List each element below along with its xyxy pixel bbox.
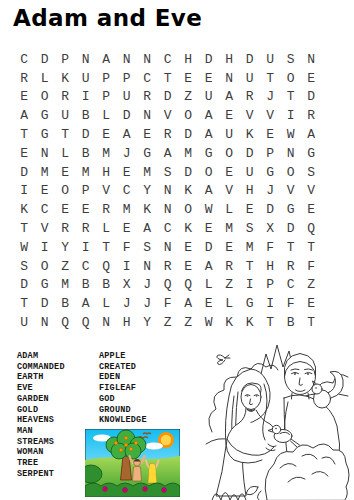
word-list-item: EARTH (17, 372, 65, 383)
grid-cell-r3c11: A (219, 88, 240, 107)
grid-cell-r1c4: N (76, 50, 97, 69)
grid-cell-r1c12: D (240, 50, 261, 69)
word-list-item: MAN (17, 426, 65, 437)
grid-cell-r15c6: H (117, 313, 138, 332)
grid-cell-r14c3: B (55, 294, 76, 313)
grid-cell-r5c14: W (281, 125, 302, 144)
grid-cell-r1c2: D (35, 50, 56, 69)
grid-cell-r10c3: R (55, 219, 76, 238)
word-list-item: TREE (17, 458, 65, 469)
grid-cell-r4c13: V (260, 106, 281, 125)
grid-cell-r14c4: A (76, 294, 97, 313)
grid-cell-r4c8: V (158, 106, 179, 125)
grid-cell-r13c2: G (35, 276, 56, 295)
grid-cell-r13c1: D (14, 276, 35, 295)
grid-cell-r8c13: J (260, 182, 281, 201)
grid-cell-r6c13: P (260, 144, 281, 163)
grid-cell-r11c7: S (137, 238, 158, 257)
word-list-right: APPLECREATEDEDENFIGLEAFGODGROUNDKNOWLEDG… (99, 351, 147, 426)
grid-cell-r1c6: N (117, 50, 138, 69)
squirrel-icon (312, 371, 343, 408)
word-list-item: CREATED (99, 362, 147, 373)
grid-cell-r3c12: R (240, 88, 261, 107)
grid-cell-r7c13: G (260, 163, 281, 182)
grid-cell-r15c4: Q (76, 313, 97, 332)
grid-cell-r4c2: G (35, 106, 56, 125)
grid-cell-r7c9: D (178, 163, 199, 182)
grid-cell-r11c3: Y (55, 238, 76, 257)
grid-cell-r12c1: S (14, 257, 35, 276)
grid-cell-r5c15: A (301, 125, 322, 144)
grid-cell-r12c13: H (260, 257, 281, 276)
grid-cell-r15c11: K (219, 313, 240, 332)
word-list-item: ADAM (17, 351, 65, 362)
grid-cell-r1c1: C (14, 50, 35, 69)
grid-cell-r1c15: N (301, 50, 322, 69)
grid-cell-r11c13: F (260, 238, 281, 257)
grid-cell-r11c10: D (199, 238, 220, 257)
grid-cell-r6c4: B (76, 144, 97, 163)
grid-cell-r3c4: I (76, 88, 97, 107)
grid-cell-r3c15: D (301, 88, 322, 107)
word-list-item: GARDEN (17, 394, 65, 405)
grid-cell-r12c14: R (281, 257, 302, 276)
grid-cell-r8c2: E (35, 182, 56, 201)
grid-cell-r9c7: K (137, 200, 158, 219)
grid-cell-r7c4: M (76, 163, 97, 182)
wordsearch-grid: CDPNANNCHDHDUSNRLKUPPCTEENUTOEEORIPURDZU… (14, 50, 322, 332)
grid-cell-r14c7: J (137, 294, 158, 313)
grid-cell-r4c11: E (219, 106, 240, 125)
grid-cell-r5c6: A (117, 125, 138, 144)
grid-cell-r1c5: A (96, 50, 117, 69)
grid-cell-r10c10: E (199, 219, 220, 238)
grid-cell-r9c1: K (14, 200, 35, 219)
grid-cell-r13c13: P (260, 276, 281, 295)
grid-cell-r1c7: N (137, 50, 158, 69)
grid-cell-r8c9: K (178, 182, 199, 201)
grid-cell-r13c8: Q (158, 276, 179, 295)
grid-cell-r7c12: U (240, 163, 261, 182)
grid-cell-r2c2: L (35, 69, 56, 88)
grid-cell-r8c14: V (281, 182, 302, 201)
grid-cell-r11c5: T (96, 238, 117, 257)
grid-cell-r13c15: Z (301, 276, 322, 295)
grid-cell-r3c9: Z (178, 88, 199, 107)
grid-cell-r11c6: F (117, 238, 138, 257)
grid-cell-r6c10: G (199, 144, 220, 163)
grid-cell-r7c11: E (219, 163, 240, 182)
grid-cell-r2c3: K (55, 69, 76, 88)
grid-cell-r12c3: Z (55, 257, 76, 276)
grid-cell-r7c10: O (199, 163, 220, 182)
grid-cell-r4c4: B (76, 106, 97, 125)
grid-cell-r6c2: N (35, 144, 56, 163)
grid-cell-r3c5: P (96, 88, 117, 107)
grid-cell-r13c14: C (281, 276, 302, 295)
word-list-item: STREAMS (17, 437, 65, 448)
grid-cell-r13c5: B (96, 276, 117, 295)
word-list-item: GROUND (99, 405, 147, 416)
grid-cell-r9c13: D (260, 200, 281, 219)
grid-cell-r3c3: R (55, 88, 76, 107)
grid-cell-r7c6: E (117, 163, 138, 182)
word-list-item: KNOWLEDGE (99, 415, 147, 426)
worksheet-page: Adam and Eve CDPNANNCHDHDUSNRLKUPPCTEENU… (0, 0, 354, 500)
grid-cell-r9c6: M (117, 200, 138, 219)
grid-cell-r8c8: N (158, 182, 179, 201)
grid-cell-r5c10: A (199, 125, 220, 144)
grid-cell-r7c14: O (281, 163, 302, 182)
grid-cell-r1c8: C (158, 50, 179, 69)
grid-cell-r13c10: L (199, 276, 220, 295)
grid-cell-r2c5: P (96, 69, 117, 88)
grid-cell-r15c10: W (199, 313, 220, 332)
grid-cell-r12c9: E (178, 257, 199, 276)
grid-cell-r5c9: D (178, 125, 199, 144)
word-list-left: ADAMCOMMANDEDEARTHEVEGARDENGOLDHEAVENSMA… (17, 351, 65, 480)
grid-cell-r10c9: K (178, 219, 199, 238)
grid-cell-r9c5: R (96, 200, 117, 219)
grid-cell-r6c15: G (301, 144, 322, 163)
grid-cell-r13c12: I (240, 276, 261, 295)
grid-cell-r13c9: Q (178, 276, 199, 295)
grid-cell-r12c15: F (301, 257, 322, 276)
grid-cell-r2c6: P (117, 69, 138, 88)
grid-cell-r14c1: T (14, 294, 35, 313)
grid-cell-r2c14: O (281, 69, 302, 88)
grid-cell-r14c14: F (281, 294, 302, 313)
grid-cell-r8c10: A (199, 182, 220, 201)
grid-cell-r1c3: P (55, 50, 76, 69)
grid-cell-r15c15: T (301, 313, 322, 332)
grid-cell-r2c1: R (14, 69, 35, 88)
grid-cell-r3c1: E (14, 88, 35, 107)
grid-cell-r8c12: H (240, 182, 261, 201)
grid-cell-r12c7: N (137, 257, 158, 276)
grid-cell-r9c15: E (301, 200, 322, 219)
grid-cell-r1c14: S (281, 50, 302, 69)
grid-cell-r10c5: L (96, 219, 117, 238)
grid-cell-r4c14: I (281, 106, 302, 125)
grid-cell-r2c12: U (240, 69, 261, 88)
grid-cell-r1c10: D (199, 50, 220, 69)
grid-cell-r7c7: M (137, 163, 158, 182)
grid-cell-r15c3: Q (55, 313, 76, 332)
grid-cell-r4c10: A (199, 106, 220, 125)
grid-cell-r15c1: U (14, 313, 35, 332)
grid-cell-r9c11: L (219, 200, 240, 219)
grid-cell-r10c1: T (14, 219, 35, 238)
grid-cell-r6c8: A (158, 144, 179, 163)
grid-cell-r10c11: M (219, 219, 240, 238)
grid-cell-r2c8: T (158, 69, 179, 88)
grid-cell-r10c6: E (117, 219, 138, 238)
grid-cell-r6c11: O (219, 144, 240, 163)
grid-cell-r2c15: E (301, 69, 322, 88)
grid-cell-r3c10: U (199, 88, 220, 107)
grid-cell-r5c1: T (14, 125, 35, 144)
grid-cell-r12c10: A (199, 257, 220, 276)
grid-cell-r13c6: X (117, 276, 138, 295)
grid-cell-r6c9: M (178, 144, 199, 163)
grid-cell-r4c3: U (55, 106, 76, 125)
grid-cell-r10c8: C (158, 219, 179, 238)
grid-cell-r12c12: T (240, 257, 261, 276)
adam-eve-lineart-illustration (204, 336, 350, 500)
grid-cell-r11c15: T (301, 238, 322, 257)
grid-cell-r2c13: T (260, 69, 281, 88)
grid-cell-r1c9: H (178, 50, 199, 69)
grid-cell-r2c7: C (137, 69, 158, 88)
grid-cell-r11c11: E (219, 238, 240, 257)
grid-cell-r14c10: E (199, 294, 220, 313)
grid-cell-r14c12: G (240, 294, 261, 313)
grid-cell-r15c2: N (35, 313, 56, 332)
grid-cell-r13c7: J (137, 276, 158, 295)
grid-cell-r11c2: I (35, 238, 56, 257)
grid-cell-r11c4: I (76, 238, 97, 257)
grid-cell-r10c14: D (281, 219, 302, 238)
grid-cell-r10c12: S (240, 219, 261, 238)
grid-cell-r11c8: N (158, 238, 179, 257)
grid-cell-r8c7: Y (137, 182, 158, 201)
eden-cartoon-illustration (85, 429, 180, 497)
grid-cell-r11c1: W (14, 238, 35, 257)
grid-cell-r9c4: E (76, 200, 97, 219)
grid-cell-r15c9: Z (178, 313, 199, 332)
grid-cell-r14c6: J (117, 294, 138, 313)
grid-cell-r3c2: O (35, 88, 56, 107)
grid-cell-r15c8: Z (158, 313, 179, 332)
grid-cell-r2c10: E (199, 69, 220, 88)
grid-cell-r7c5: H (96, 163, 117, 182)
grid-cell-r6c6: J (117, 144, 138, 163)
grid-cell-r5c12: K (240, 125, 261, 144)
grid-cell-r7c15: S (301, 163, 322, 182)
grid-cell-r11c14: T (281, 238, 302, 257)
grid-cell-r9c3: E (55, 200, 76, 219)
grid-cell-r3c14: T (281, 88, 302, 107)
grid-cell-r11c9: E (178, 238, 199, 257)
page-title: Adam and Eve (13, 5, 202, 31)
grid-cell-r8c1: I (14, 182, 35, 201)
grid-cell-r12c8: R (158, 257, 179, 276)
grid-cell-r11c12: M (240, 238, 261, 257)
grid-cell-r3c7: R (137, 88, 158, 107)
word-list-item: GOD (99, 394, 147, 405)
grid-cell-r2c11: N (219, 69, 240, 88)
grid-cell-r14c9: A (178, 294, 199, 313)
grid-cell-r8c15: V (301, 182, 322, 201)
grid-cell-r9c8: N (158, 200, 179, 219)
grid-cell-r10c13: X (260, 219, 281, 238)
grid-cell-r7c8: S (158, 163, 179, 182)
grid-cell-r5c11: U (219, 125, 240, 144)
word-list-item: FIGLEAF (99, 383, 147, 394)
grid-cell-r3c6: U (117, 88, 138, 107)
word-list-item: EVE (17, 383, 65, 394)
grid-cell-r7c3: E (55, 163, 76, 182)
cloud-icon (145, 443, 163, 450)
grid-cell-r2c4: U (76, 69, 97, 88)
grid-cell-r8c6: C (117, 182, 138, 201)
grid-cell-r10c2: V (35, 219, 56, 238)
adam-figure (284, 354, 340, 463)
word-list-item: SERPENT (17, 469, 65, 480)
grid-cell-r15c7: Y (137, 313, 158, 332)
grid-cell-r13c4: B (76, 276, 97, 295)
grid-cell-r5c8: R (158, 125, 179, 144)
grid-cell-r4c1: A (14, 106, 35, 125)
grid-cell-r7c1: D (14, 163, 35, 182)
grid-cell-r5c5: E (96, 125, 117, 144)
grid-cell-r6c7: G (137, 144, 158, 163)
grid-cell-r2c9: E (178, 69, 199, 88)
grid-cell-r7c2: M (35, 163, 56, 182)
grid-cell-r6c5: M (96, 144, 117, 163)
grid-cell-r5c7: E (137, 125, 158, 144)
grid-cell-r3c8: D (158, 88, 179, 107)
grid-cell-r12c11: R (219, 257, 240, 276)
grid-cell-r3c13: J (260, 88, 281, 107)
grid-cell-r12c4: C (76, 257, 97, 276)
grid-cell-r4c6: D (117, 106, 138, 125)
grid-cell-r10c7: A (137, 219, 158, 238)
grid-cell-r5c13: E (260, 125, 281, 144)
grid-cell-r8c3: O (55, 182, 76, 201)
grid-cell-r9c9: O (178, 200, 199, 219)
grid-cell-r15c13: T (260, 313, 281, 332)
grid-cell-r1c11: H (219, 50, 240, 69)
grid-cell-r4c7: N (137, 106, 158, 125)
grid-cell-r13c11: Z (219, 276, 240, 295)
grid-cell-r14c2: D (35, 294, 56, 313)
grid-cell-r8c4: P (76, 182, 97, 201)
grid-cell-r12c5: Q (96, 257, 117, 276)
grid-cell-r6c1: E (14, 144, 35, 163)
grid-cell-r15c12: K (240, 313, 261, 332)
grid-cell-r5c4: D (76, 125, 97, 144)
grid-cell-r4c9: O (178, 106, 199, 125)
grid-cell-r12c6: I (117, 257, 138, 276)
grid-cell-r4c12: V (240, 106, 261, 125)
word-list-item: HEAVENS (17, 415, 65, 426)
grid-cell-r13c3: M (55, 276, 76, 295)
grid-cell-r9c2: C (35, 200, 56, 219)
butterfly-icon (217, 355, 230, 365)
grid-cell-r6c12: D (240, 144, 261, 163)
grid-cell-r8c11: V (219, 182, 240, 201)
grid-cell-r9c10: W (199, 200, 220, 219)
grid-cell-r4c15: R (301, 106, 322, 125)
grid-cell-r9c14: G (281, 200, 302, 219)
word-list-item: COMMANDED (17, 362, 65, 373)
grid-cell-r5c2: G (35, 125, 56, 144)
word-list-item: APPLE (99, 351, 147, 362)
grid-cell-r15c14: B (281, 313, 302, 332)
grid-cell-r15c5: N (96, 313, 117, 332)
word-list-item: EDEN (99, 372, 147, 383)
grid-cell-r5c3: T (55, 125, 76, 144)
bush (85, 465, 102, 483)
grid-cell-r4c5: L (96, 106, 117, 125)
word-list-item: WOMAN (17, 447, 65, 458)
grid-cell-r1c13: U (260, 50, 281, 69)
grid-cell-r6c3: L (55, 144, 76, 163)
grid-cell-r14c5: L (96, 294, 117, 313)
grid-cell-r14c8: F (158, 294, 179, 313)
grid-cell-r14c13: I (260, 294, 281, 313)
grid-cell-r12c2: O (35, 257, 56, 276)
grid-cell-r9c12: E (240, 200, 261, 219)
word-list-item: GOLD (17, 405, 65, 416)
grid-cell-r10c15: Q (301, 219, 322, 238)
grid-cell-r14c15: E (301, 294, 322, 313)
grid-cell-r6c14: N (281, 144, 302, 163)
grid-cell-r8c5: V (96, 182, 117, 201)
grid-cell-r10c4: R (76, 219, 97, 238)
grid-cell-r14c11: L (219, 294, 240, 313)
